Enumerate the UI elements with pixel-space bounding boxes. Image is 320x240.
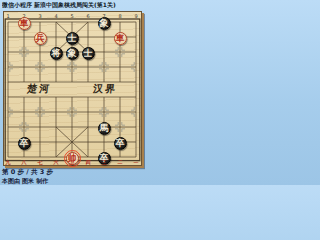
window-title: 微信小程序 新浪中国象棋残局闯关(第1关) — [2, 1, 143, 9]
piece-red-pawn[interactable]: 兵 — [34, 32, 47, 45]
bottom-coord-label: 七 — [38, 159, 43, 165]
piece-grid: 車象兵士車将象士馬卒卒帅卒 — [0, 16, 144, 166]
piece-black-king[interactable]: 将 — [50, 47, 63, 60]
bottom-coord-label: 三 — [102, 159, 107, 165]
xiangqi-board[interactable]: 123456789 楚河 汉界 車象兵士車将象士馬卒卒帅卒 九八七六五四三二一 — [3, 11, 142, 166]
piece-black-elephant[interactable]: 象 — [66, 47, 79, 60]
piece-black-pawn[interactable]: 卒 — [114, 137, 127, 150]
credit-line: 本图由 图米 制作 — [2, 177, 48, 184]
bottom-coord-label: 四 — [86, 159, 91, 165]
piece-black-advisor[interactable]: 士 — [82, 47, 95, 60]
bottom-coord-label: 一 — [134, 159, 139, 165]
piece-black-pawn[interactable]: 卒 — [18, 137, 31, 150]
bottom-coord-label: 八 — [22, 159, 27, 165]
piece-black-horse[interactable]: 馬 — [98, 122, 111, 135]
move-counter: 第 0 步 / 共 3 步 — [2, 169, 53, 176]
bottom-coord-label: 二 — [118, 159, 123, 165]
piece-black-advisor[interactable]: 士 — [66, 32, 79, 45]
bottom-coord-label: 六 — [54, 159, 59, 165]
piece-red-chariot[interactable]: 車 — [114, 32, 127, 45]
bottom-coordinates: 九八七六五四三二一 — [0, 159, 144, 165]
piece-red-chariot[interactable]: 車 — [18, 17, 31, 30]
bottom-coord-label: 九 — [6, 159, 11, 165]
bottom-coord-label: 五 — [70, 159, 75, 165]
piece-black-elephant[interactable]: 象 — [98, 17, 111, 30]
